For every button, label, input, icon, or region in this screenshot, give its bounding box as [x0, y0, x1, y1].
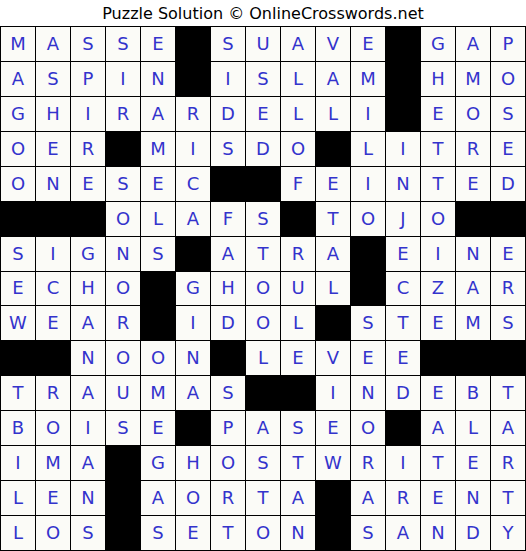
letter-cell-r5c4: S — [106, 167, 140, 201]
letter-cell-r8c10: L — [316, 272, 350, 306]
letter-cell-r11c1: T — [1, 376, 35, 410]
letter-cell-r5c15: D — [491, 167, 525, 201]
letter-cell-r11c5: M — [141, 376, 175, 410]
letter-cell-r10c9: E — [281, 341, 315, 375]
letter-cell-r3c9: L — [281, 97, 315, 131]
letter-cell-r1c9: A — [281, 27, 315, 61]
letter-cell-r11c12: D — [386, 376, 420, 410]
letter-cell-r10c8: L — [246, 341, 280, 375]
letter-cell-r2c5: N — [141, 62, 175, 96]
letter-cell-r10c10: V — [316, 341, 350, 375]
letter-cell-r8c6: G — [176, 272, 210, 306]
letter-cell-r10c5: O — [141, 341, 175, 375]
black-cell-r15c10 — [316, 516, 350, 550]
letter-cell-r14c8: T — [246, 481, 280, 515]
letter-cell-r11c6: A — [176, 376, 210, 410]
letter-cell-r11c2: R — [36, 376, 70, 410]
letter-cell-r3c11: I — [351, 97, 385, 131]
letter-cell-r15c11: S — [351, 516, 385, 550]
letter-cell-r2c7: I — [211, 62, 245, 96]
letter-cell-r14c6: O — [176, 481, 210, 515]
letter-cell-r7c15: E — [491, 237, 525, 271]
letter-cell-r14c12: R — [386, 481, 420, 515]
black-cell-r9c10 — [316, 306, 350, 340]
letter-cell-r15c15: Y — [491, 516, 525, 550]
letter-cell-r13c3: A — [71, 446, 105, 480]
letter-cell-r2c15: O — [491, 62, 525, 96]
letter-cell-r10c6: N — [176, 341, 210, 375]
letter-cell-r4c12: I — [386, 132, 420, 166]
letter-cell-r1c13: G — [421, 27, 455, 61]
letter-cell-r1c11: E — [351, 27, 385, 61]
letter-cell-r13c8: S — [246, 446, 280, 480]
letter-cell-r2c13: H — [421, 62, 455, 96]
letter-cell-r11c15: T — [491, 376, 525, 410]
black-cell-r14c4 — [106, 481, 140, 515]
letter-cell-r1c5: E — [141, 27, 175, 61]
black-cell-r8c5 — [141, 272, 175, 306]
letter-cell-r8c4: O — [106, 272, 140, 306]
black-cell-r2c6 — [176, 62, 210, 96]
letter-cell-r5c5: E — [141, 167, 175, 201]
black-cell-r5c8 — [246, 167, 280, 201]
letter-cell-r5c9: F — [281, 167, 315, 201]
black-cell-r6c15 — [491, 202, 525, 236]
black-cell-r1c6 — [176, 27, 210, 61]
letter-cell-r1c4: S — [106, 27, 140, 61]
letter-cell-r6c4: O — [106, 202, 140, 236]
letter-cell-r8c8: O — [246, 272, 280, 306]
letter-cell-r5c11: I — [351, 167, 385, 201]
letter-cell-r15c7: T — [211, 516, 245, 550]
black-cell-r10c2 — [36, 341, 70, 375]
letter-cell-r12c13: A — [421, 411, 455, 445]
letter-cell-r14c5: A — [141, 481, 175, 515]
crossword-grid: MASSESUAVEGAPASPINISLAMHMOGHIRARDELLIEOS… — [0, 26, 526, 551]
letter-cell-r9c12: T — [386, 306, 420, 340]
letter-cell-r14c3: N — [71, 481, 105, 515]
letter-cell-r12c2: O — [36, 411, 70, 445]
letter-cell-r1c14: A — [456, 27, 490, 61]
letter-cell-r14c11: A — [351, 481, 385, 515]
letter-cell-r13c12: I — [386, 446, 420, 480]
letter-cell-r1c7: S — [211, 27, 245, 61]
letter-cell-r3c4: R — [106, 97, 140, 131]
letter-cell-r9c13: E — [421, 306, 455, 340]
letter-cell-r8c1: E — [1, 272, 35, 306]
black-cell-r6c14 — [456, 202, 490, 236]
letter-cell-r9c7: D — [211, 306, 245, 340]
letter-cell-r5c6: C — [176, 167, 210, 201]
letter-cell-r8c15: R — [491, 272, 525, 306]
letter-cell-r9c3: A — [71, 306, 105, 340]
letter-cell-r5c13: T — [421, 167, 455, 201]
letter-cell-r7c8: T — [246, 237, 280, 271]
letter-cell-r9c4: R — [106, 306, 140, 340]
letter-cell-r13c15: R — [491, 446, 525, 480]
black-cell-r10c14 — [456, 341, 490, 375]
letter-cell-r12c15: A — [491, 411, 525, 445]
black-cell-r12c6 — [176, 411, 210, 445]
letter-cell-r11c11: N — [351, 376, 385, 410]
letter-cell-r3c5: A — [141, 97, 175, 131]
letter-cell-r7c9: R — [281, 237, 315, 271]
letter-cell-r9c8: O — [246, 306, 280, 340]
black-cell-r7c11 — [351, 237, 385, 271]
letter-cell-r14c2: E — [36, 481, 70, 515]
letter-cell-r12c9: S — [281, 411, 315, 445]
letter-cell-r10c11: E — [351, 341, 385, 375]
letter-cell-r8c12: C — [386, 272, 420, 306]
black-cell-r10c7 — [211, 341, 245, 375]
letter-cell-r11c13: E — [421, 376, 455, 410]
letter-cell-r3c13: E — [421, 97, 455, 131]
letter-cell-r13c9: T — [281, 446, 315, 480]
letter-cell-r4c13: T — [421, 132, 455, 166]
puzzle-solution-page: Puzzle Solution © OnlineCrosswords.net M… — [0, 0, 526, 551]
letter-cell-r14c13: E — [421, 481, 455, 515]
letter-cell-r4c2: E — [36, 132, 70, 166]
letter-cell-r3c15: S — [491, 97, 525, 131]
black-cell-r14c10 — [316, 481, 350, 515]
letter-cell-r6c13: O — [421, 202, 455, 236]
letter-cell-r8c2: C — [36, 272, 70, 306]
letter-cell-r2c8: S — [246, 62, 280, 96]
letter-cell-r13c7: O — [211, 446, 245, 480]
black-cell-r2c12 — [386, 62, 420, 96]
letter-cell-r12c11: O — [351, 411, 385, 445]
letter-cell-r14c7: R — [211, 481, 245, 515]
letter-cell-r11c10: I — [316, 376, 350, 410]
letter-cell-r11c7: S — [211, 376, 245, 410]
letter-cell-r10c4: O — [106, 341, 140, 375]
letter-cell-r7c7: A — [211, 237, 245, 271]
letter-cell-r1c8: U — [246, 27, 280, 61]
black-cell-r11c9 — [281, 376, 315, 410]
letter-cell-r13c14: E — [456, 446, 490, 480]
letter-cell-r5c12: N — [386, 167, 420, 201]
letter-cell-r15c8: O — [246, 516, 280, 550]
letter-cell-r8c14: A — [456, 272, 490, 306]
letter-cell-r4c7: S — [211, 132, 245, 166]
letter-cell-r5c1: O — [1, 167, 35, 201]
letter-cell-r4c5: M — [141, 132, 175, 166]
letter-cell-r3c7: D — [211, 97, 245, 131]
letter-cell-r4c9: O — [281, 132, 315, 166]
letter-cell-r4c11: L — [351, 132, 385, 166]
letter-cell-r5c10: E — [316, 167, 350, 201]
letter-cell-r9c15: S — [491, 306, 525, 340]
letter-cell-r2c11: M — [351, 62, 385, 96]
letter-cell-r7c4: N — [106, 237, 140, 271]
letter-cell-r3c1: G — [1, 97, 35, 131]
black-cell-r6c1 — [1, 202, 35, 236]
letter-cell-r2c10: A — [316, 62, 350, 96]
black-cell-r4c10 — [316, 132, 350, 166]
letter-cell-r12c10: E — [316, 411, 350, 445]
letter-cell-r15c5: S — [141, 516, 175, 550]
letter-cell-r4c8: D — [246, 132, 280, 166]
letter-cell-r1c10: V — [316, 27, 350, 61]
black-cell-r12c12 — [386, 411, 420, 445]
letter-cell-r7c12: E — [386, 237, 420, 271]
black-cell-r3c12 — [386, 97, 420, 131]
page-title: Puzzle Solution © OnlineCrosswords.net — [0, 0, 526, 26]
letter-cell-r1c15: P — [491, 27, 525, 61]
black-cell-r6c9 — [281, 202, 315, 236]
letter-cell-r4c14: R — [456, 132, 490, 166]
letter-cell-r11c3: A — [71, 376, 105, 410]
black-cell-r10c13 — [421, 341, 455, 375]
letter-cell-r9c6: I — [176, 306, 210, 340]
black-cell-r10c15 — [491, 341, 525, 375]
letter-cell-r10c12: E — [386, 341, 420, 375]
letter-cell-r2c1: A — [1, 62, 35, 96]
letter-cell-r2c3: P — [71, 62, 105, 96]
letter-cell-r1c1: M — [1, 27, 35, 61]
black-cell-r11c8 — [246, 376, 280, 410]
letter-cell-r14c15: T — [491, 481, 525, 515]
letter-cell-r3c14: O — [456, 97, 490, 131]
letter-cell-r3c2: H — [36, 97, 70, 131]
letter-cell-r13c11: R — [351, 446, 385, 480]
letter-cell-r3c10: L — [316, 97, 350, 131]
black-cell-r7c6 — [176, 237, 210, 271]
letter-cell-r15c9: N — [281, 516, 315, 550]
letter-cell-r14c9: A — [281, 481, 315, 515]
letter-cell-r15c6: E — [176, 516, 210, 550]
letter-cell-r13c6: H — [176, 446, 210, 480]
letter-cell-r14c14: N — [456, 481, 490, 515]
black-cell-r10c1 — [1, 341, 35, 375]
letter-cell-r6c7: F — [211, 202, 245, 236]
letter-cell-r3c8: E — [246, 97, 280, 131]
black-cell-r4c4 — [106, 132, 140, 166]
letter-cell-r12c7: P — [211, 411, 245, 445]
letter-cell-r15c12: A — [386, 516, 420, 550]
letter-cell-r4c15: E — [491, 132, 525, 166]
letter-cell-r15c14: D — [456, 516, 490, 550]
letter-cell-r15c13: N — [421, 516, 455, 550]
letter-cell-r13c2: M — [36, 446, 70, 480]
letter-cell-r13c1: I — [1, 446, 35, 480]
letter-cell-r1c3: S — [71, 27, 105, 61]
black-cell-r15c4 — [106, 516, 140, 550]
letter-cell-r13c10: W — [316, 446, 350, 480]
black-cell-r5c7 — [211, 167, 245, 201]
black-cell-r8c11 — [351, 272, 385, 306]
letter-cell-r6c10: T — [316, 202, 350, 236]
letter-cell-r13c5: G — [141, 446, 175, 480]
letter-cell-r7c1: S — [1, 237, 35, 271]
letter-cell-r15c3: S — [71, 516, 105, 550]
letter-cell-r9c14: M — [456, 306, 490, 340]
letter-cell-r6c12: J — [386, 202, 420, 236]
letter-cell-r15c1: L — [1, 516, 35, 550]
letter-cell-r7c13: I — [421, 237, 455, 271]
letter-cell-r10c3: N — [71, 341, 105, 375]
letter-cell-r5c2: N — [36, 167, 70, 201]
letter-cell-r4c6: I — [176, 132, 210, 166]
letter-cell-r8c3: H — [71, 272, 105, 306]
letter-cell-r5c3: E — [71, 167, 105, 201]
letter-cell-r6c5: L — [141, 202, 175, 236]
letter-cell-r12c5: E — [141, 411, 175, 445]
letter-cell-r6c6: A — [176, 202, 210, 236]
letter-cell-r12c4: S — [106, 411, 140, 445]
letter-cell-r7c5: S — [141, 237, 175, 271]
letter-cell-r12c8: A — [246, 411, 280, 445]
letter-cell-r6c11: O — [351, 202, 385, 236]
letter-cell-r8c13: Z — [421, 272, 455, 306]
letter-cell-r8c9: U — [281, 272, 315, 306]
letter-cell-r2c14: M — [456, 62, 490, 96]
letter-cell-r2c2: S — [36, 62, 70, 96]
letter-cell-r12c3: I — [71, 411, 105, 445]
letter-cell-r9c1: W — [1, 306, 35, 340]
black-cell-r6c3 — [71, 202, 105, 236]
letter-cell-r9c11: S — [351, 306, 385, 340]
letter-cell-r2c9: L — [281, 62, 315, 96]
letter-cell-r14c1: L — [1, 481, 35, 515]
letter-cell-r1c2: A — [36, 27, 70, 61]
letter-cell-r13c13: T — [421, 446, 455, 480]
letter-cell-r4c1: O — [1, 132, 35, 166]
letter-cell-r9c9: L — [281, 306, 315, 340]
black-cell-r1c12 — [386, 27, 420, 61]
letter-cell-r12c14: L — [456, 411, 490, 445]
letter-cell-r2c4: I — [106, 62, 140, 96]
letter-cell-r7c2: I — [36, 237, 70, 271]
letter-cell-r7c14: N — [456, 237, 490, 271]
letter-cell-r9c2: E — [36, 306, 70, 340]
black-cell-r6c2 — [36, 202, 70, 236]
letter-cell-r5c14: E — [456, 167, 490, 201]
letter-cell-r15c2: O — [36, 516, 70, 550]
letter-cell-r7c3: G — [71, 237, 105, 271]
letter-cell-r6c8: S — [246, 202, 280, 236]
letter-cell-r11c4: U — [106, 376, 140, 410]
letter-cell-r12c1: B — [1, 411, 35, 445]
letter-cell-r11c14: B — [456, 376, 490, 410]
letter-cell-r3c6: R — [176, 97, 210, 131]
letter-cell-r7c10: A — [316, 237, 350, 271]
black-cell-r13c4 — [106, 446, 140, 480]
letter-cell-r3c3: I — [71, 97, 105, 131]
black-cell-r9c5 — [141, 306, 175, 340]
letter-cell-r4c3: R — [71, 132, 105, 166]
letter-cell-r8c7: H — [211, 272, 245, 306]
